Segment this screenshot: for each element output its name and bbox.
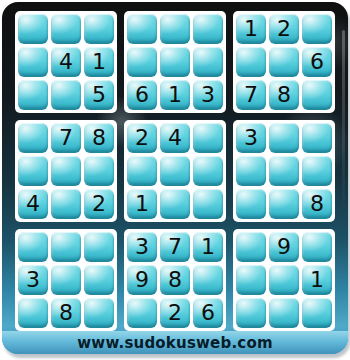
cell-r6c8[interactable] xyxy=(269,189,299,219)
cell-r3c8[interactable]: 8 xyxy=(269,80,299,110)
cell-r7c8[interactable]: 9 xyxy=(269,232,299,262)
given-digit: 2 xyxy=(168,302,182,324)
cell-r3c7[interactable]: 7 xyxy=(236,80,266,110)
given-digit: 3 xyxy=(26,269,40,291)
cell-r4c1[interactable] xyxy=(18,123,48,153)
cell-r8c4[interactable]: 9 xyxy=(127,265,157,295)
cell-r5c2[interactable] xyxy=(51,156,81,186)
given-digit: 1 xyxy=(244,18,258,40)
cell-r7c2[interactable] xyxy=(51,232,81,262)
cell-r9c4[interactable] xyxy=(127,298,157,328)
cell-r9c1[interactable] xyxy=(18,298,48,328)
cell-r1c5[interactable] xyxy=(160,14,190,44)
given-digit: 8 xyxy=(277,84,291,106)
cell-r3c4[interactable]: 6 xyxy=(127,80,157,110)
cell-r2c9[interactable]: 6 xyxy=(302,47,332,77)
cell-r9c5[interactable]: 2 xyxy=(160,298,190,328)
box-3-2: 3719826 xyxy=(124,229,226,331)
cell-r1c7[interactable]: 1 xyxy=(236,14,266,44)
cell-r9c7[interactable] xyxy=(236,298,266,328)
given-digit: 7 xyxy=(59,127,73,149)
cell-r9c3[interactable] xyxy=(84,298,114,328)
cell-r1c8[interactable]: 2 xyxy=(269,14,299,44)
cell-r6c2[interactable] xyxy=(51,189,81,219)
given-digit: 3 xyxy=(201,84,215,106)
cell-r2c2[interactable]: 4 xyxy=(51,47,81,77)
cell-r6c4[interactable]: 1 xyxy=(127,189,157,219)
given-digit: 4 xyxy=(168,127,182,149)
cell-r4c2[interactable]: 7 xyxy=(51,123,81,153)
cell-r6c1[interactable]: 4 xyxy=(18,189,48,219)
cell-r2c5[interactable] xyxy=(160,47,190,77)
given-digit: 1 xyxy=(135,193,149,215)
cell-r3c9[interactable] xyxy=(302,80,332,110)
cell-r8c2[interactable] xyxy=(51,265,81,295)
site-link[interactable]: www.sudokusweb.com xyxy=(77,334,272,352)
given-digit: 2 xyxy=(277,18,291,40)
cell-r9c6[interactable]: 6 xyxy=(193,298,223,328)
cell-r8c5[interactable]: 8 xyxy=(160,265,190,295)
cell-r3c6[interactable]: 3 xyxy=(193,80,223,110)
given-digit: 9 xyxy=(135,269,149,291)
cell-r4c8[interactable] xyxy=(269,123,299,153)
cell-r2c3[interactable]: 1 xyxy=(84,47,114,77)
given-digit: 8 xyxy=(310,193,324,215)
cell-r7c5[interactable]: 7 xyxy=(160,232,190,262)
cell-r5c6[interactable] xyxy=(193,156,223,186)
cell-r7c9[interactable] xyxy=(302,232,332,262)
given-digit: 9 xyxy=(277,236,291,258)
cell-r7c3[interactable] xyxy=(84,232,114,262)
cell-r4c5[interactable]: 4 xyxy=(160,123,190,153)
cell-r6c7[interactable] xyxy=(236,189,266,219)
cell-r9c8[interactable] xyxy=(269,298,299,328)
cell-r7c7[interactable] xyxy=(236,232,266,262)
cell-r3c1[interactable] xyxy=(18,80,48,110)
given-digit: 1 xyxy=(92,51,106,73)
box-1-1: 415 xyxy=(15,11,117,113)
given-digit: 6 xyxy=(135,84,149,106)
cell-r5c5[interactable] xyxy=(160,156,190,186)
cell-r1c2[interactable] xyxy=(51,14,81,44)
cell-r2c6[interactable] xyxy=(193,47,223,77)
box-3-1: 38 xyxy=(15,229,117,331)
cell-r8c6[interactable] xyxy=(193,265,223,295)
given-digit: 8 xyxy=(92,127,106,149)
cell-r3c3[interactable]: 5 xyxy=(84,80,114,110)
cell-r8c9[interactable]: 1 xyxy=(302,265,332,295)
cell-r8c1[interactable]: 3 xyxy=(18,265,48,295)
cell-r1c3[interactable] xyxy=(84,14,114,44)
footer-band: www.sudokusweb.com xyxy=(2,331,348,354)
given-digit: 5 xyxy=(92,84,106,106)
cell-r5c9[interactable] xyxy=(302,156,332,186)
given-digit: 2 xyxy=(92,193,106,215)
cell-r5c4[interactable] xyxy=(127,156,157,186)
cell-r1c1[interactable] xyxy=(18,14,48,44)
cell-r2c7[interactable] xyxy=(236,47,266,77)
cell-r4c4[interactable]: 2 xyxy=(127,123,157,153)
cell-r3c5[interactable]: 1 xyxy=(160,80,190,110)
cell-r6c9[interactable]: 8 xyxy=(302,189,332,219)
sudoku-board: 4156131267878422413838371982691 xyxy=(15,11,335,331)
given-digit: 6 xyxy=(310,51,324,73)
given-digit: 7 xyxy=(244,84,258,106)
cell-r6c6[interactable] xyxy=(193,189,223,219)
given-digit: 8 xyxy=(59,302,73,324)
cell-r6c3[interactable]: 2 xyxy=(84,189,114,219)
box-3-3: 91 xyxy=(233,229,335,331)
box-1-2: 613 xyxy=(124,11,226,113)
cell-r5c3[interactable] xyxy=(84,156,114,186)
given-digit: 1 xyxy=(201,236,215,258)
given-digit: 1 xyxy=(310,269,324,291)
cell-r4c9[interactable] xyxy=(302,123,332,153)
given-digit: 8 xyxy=(168,269,182,291)
cell-r7c4[interactable]: 3 xyxy=(127,232,157,262)
board-frame: 4156131267878422413838371982691 www.sudo… xyxy=(2,2,348,354)
cell-r1c9[interactable] xyxy=(302,14,332,44)
cell-r2c4[interactable] xyxy=(127,47,157,77)
given-digit: 7 xyxy=(168,236,182,258)
given-digit: 3 xyxy=(135,236,149,258)
cell-r5c7[interactable] xyxy=(236,156,266,186)
cell-r4c6[interactable] xyxy=(193,123,223,153)
cell-r1c4[interactable] xyxy=(127,14,157,44)
cell-r7c6[interactable]: 1 xyxy=(193,232,223,262)
cell-r2c1[interactable] xyxy=(18,47,48,77)
given-digit: 1 xyxy=(168,84,182,106)
box-1-3: 12678 xyxy=(233,11,335,113)
given-digit: 6 xyxy=(201,302,215,324)
given-digit: 4 xyxy=(59,51,73,73)
cell-r8c7[interactable] xyxy=(236,265,266,295)
given-digit: 4 xyxy=(26,193,40,215)
box-2-1: 7842 xyxy=(15,120,117,222)
given-digit: 2 xyxy=(135,127,149,149)
given-digit: 3 xyxy=(244,127,258,149)
cell-r5c8[interactable] xyxy=(269,156,299,186)
box-2-3: 38 xyxy=(233,120,335,222)
cell-r9c2[interactable]: 8 xyxy=(51,298,81,328)
cell-r2c8[interactable] xyxy=(269,47,299,77)
cell-r6c5[interactable] xyxy=(160,189,190,219)
box-2-2: 241 xyxy=(124,120,226,222)
cell-r4c3[interactable]: 8 xyxy=(84,123,114,153)
cell-r1c6[interactable] xyxy=(193,14,223,44)
cell-r4c7[interactable]: 3 xyxy=(236,123,266,153)
cell-r7c1[interactable] xyxy=(18,232,48,262)
cell-r8c3[interactable] xyxy=(84,265,114,295)
cell-r8c8[interactable] xyxy=(269,265,299,295)
cell-r9c9[interactable] xyxy=(302,298,332,328)
cell-r3c2[interactable] xyxy=(51,80,81,110)
cell-r5c1[interactable] xyxy=(18,156,48,186)
